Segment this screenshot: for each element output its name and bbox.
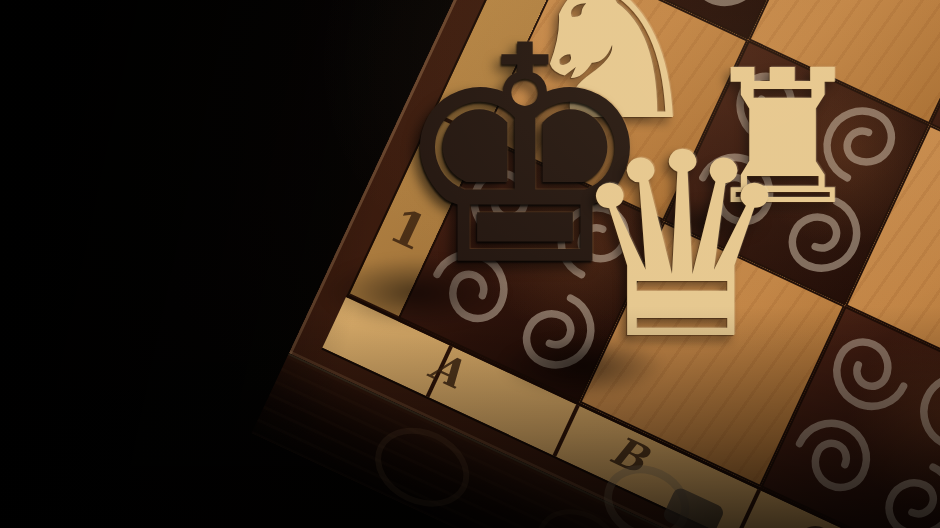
photo-background: 1ABC ♚♞♜♛ — [0, 0, 940, 528]
chess-board: 1ABC ♚♞♜♛ — [253, 0, 940, 528]
spiral-carving-icon — [775, 403, 889, 513]
white-queen-glyph: ♛ — [568, 119, 797, 374]
